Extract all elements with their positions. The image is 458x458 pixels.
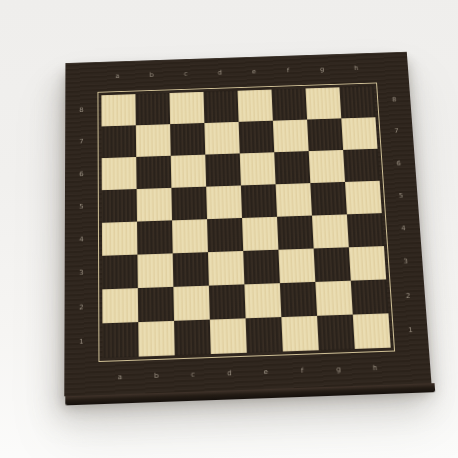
square-d6 <box>205 153 241 186</box>
square-b7 <box>136 124 171 157</box>
file-label-a: a <box>100 62 134 92</box>
square-h3 <box>349 246 386 281</box>
square-c7 <box>170 123 205 156</box>
square-d1 <box>210 318 247 354</box>
square-e5 <box>241 184 277 218</box>
square-c4 <box>172 219 208 253</box>
square-e2 <box>244 283 281 318</box>
rank-label-1: 1 <box>64 324 98 360</box>
square-h6 <box>343 149 380 182</box>
file-label-f: f <box>270 56 305 86</box>
square-d8 <box>203 91 238 123</box>
file-label-b: b <box>134 61 169 91</box>
rank-label-2: 2 <box>390 279 426 314</box>
rank-labels-left: 87654321 <box>64 95 98 361</box>
rank-label-7: 7 <box>65 126 98 159</box>
square-c2 <box>173 286 209 321</box>
square-c6 <box>171 155 206 188</box>
square-a8 <box>101 94 135 126</box>
file-label-e: e <box>247 355 285 389</box>
square-g8 <box>305 87 341 119</box>
square-e1 <box>246 317 283 353</box>
square-b3 <box>137 253 173 288</box>
square-a7 <box>101 125 136 158</box>
photo-background: abcdefgh abcdefgh 87654321 87654321 <box>0 0 458 458</box>
rank-label-6: 6 <box>65 158 98 191</box>
file-label-h: h <box>356 352 394 386</box>
board-grid <box>101 86 390 358</box>
square-b8 <box>135 93 170 125</box>
square-h2 <box>351 279 389 314</box>
square-c3 <box>173 252 209 287</box>
rank-label-3: 3 <box>65 256 99 291</box>
square-d2 <box>209 284 246 319</box>
square-a1 <box>102 322 138 358</box>
square-f5 <box>276 183 312 217</box>
square-g1 <box>317 315 355 351</box>
square-a5 <box>102 189 137 223</box>
square-b6 <box>136 156 171 189</box>
file-label-b: b <box>138 359 175 393</box>
square-e6 <box>240 152 276 185</box>
rank-label-4: 4 <box>65 223 98 257</box>
square-f4 <box>277 216 314 250</box>
square-d7 <box>204 122 239 155</box>
file-label-c: c <box>168 59 203 89</box>
rank-label-3: 3 <box>388 245 424 280</box>
square-h4 <box>347 213 384 247</box>
file-label-h: h <box>338 54 374 84</box>
square-g7 <box>307 118 343 151</box>
square-e8 <box>238 90 273 122</box>
square-b4 <box>137 220 173 254</box>
square-h5 <box>345 181 382 215</box>
file-label-f: f <box>283 354 321 388</box>
square-c8 <box>169 92 204 124</box>
square-f8 <box>271 88 307 120</box>
chessboard: abcdefgh abcdefgh 87654321 87654321 <box>64 52 431 397</box>
rank-label-6: 6 <box>381 147 416 180</box>
square-e4 <box>242 217 278 251</box>
file-label-e: e <box>236 57 271 87</box>
square-h1 <box>353 313 391 349</box>
square-g2 <box>315 281 352 316</box>
file-label-d: d <box>202 58 237 88</box>
rank-label-7: 7 <box>379 115 414 148</box>
square-b5 <box>137 188 172 222</box>
square-h8 <box>339 86 375 118</box>
file-label-a: a <box>102 361 139 395</box>
square-g4 <box>312 214 349 248</box>
rank-label-5: 5 <box>65 190 98 224</box>
square-a3 <box>102 255 138 290</box>
square-g6 <box>309 150 345 183</box>
square-d5 <box>206 185 242 219</box>
square-e7 <box>239 121 275 154</box>
square-f2 <box>280 282 317 317</box>
rank-label-8: 8 <box>65 95 97 128</box>
square-e3 <box>243 250 280 285</box>
square-g5 <box>310 182 347 216</box>
square-f1 <box>281 316 318 352</box>
rank-label-2: 2 <box>65 290 99 325</box>
file-label-g: g <box>304 55 340 85</box>
square-a6 <box>102 157 137 190</box>
square-h7 <box>341 117 377 150</box>
square-c5 <box>171 187 207 221</box>
square-c1 <box>174 320 211 356</box>
rank-label-5: 5 <box>384 179 419 213</box>
square-f7 <box>273 120 309 153</box>
square-a4 <box>102 222 137 256</box>
rank-label-1: 1 <box>393 313 429 349</box>
board-inlay-border <box>97 83 395 362</box>
square-g3 <box>314 247 351 282</box>
square-d3 <box>208 251 244 286</box>
square-f3 <box>278 248 315 283</box>
square-b2 <box>138 287 174 322</box>
square-f6 <box>274 151 310 184</box>
square-d4 <box>207 218 243 252</box>
file-label-d: d <box>211 357 248 391</box>
rank-label-8: 8 <box>377 84 411 116</box>
square-b1 <box>138 321 174 357</box>
square-a2 <box>102 288 138 323</box>
rank-label-4: 4 <box>386 212 421 246</box>
file-label-g: g <box>320 353 358 387</box>
file-label-c: c <box>174 358 211 392</box>
